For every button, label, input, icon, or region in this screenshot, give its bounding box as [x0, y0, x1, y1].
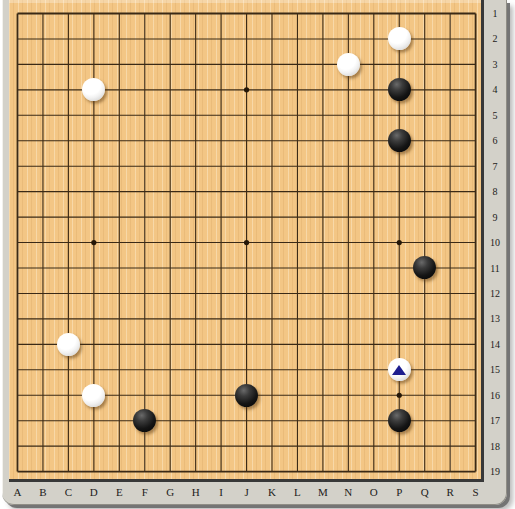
column-label-N: N	[338, 486, 358, 498]
cell-Q11	[412, 255, 437, 280]
white-stone-P2	[388, 27, 411, 50]
row-label-19: 19	[485, 465, 505, 478]
row-coordinate-gutter: 12345678910111213141516171819	[485, 0, 505, 479]
column-label-Q: Q	[415, 486, 435, 498]
white-stone-N3	[337, 53, 360, 76]
row-label-5: 5	[485, 109, 505, 122]
column-label-C: C	[58, 486, 78, 498]
cell-D4	[81, 77, 106, 102]
last-move-triangle-icon	[392, 365, 406, 375]
column-label-F: F	[135, 486, 155, 498]
column-label-R: R	[440, 486, 460, 498]
row-label-9: 9	[485, 211, 505, 224]
row-label-15: 15	[485, 363, 505, 376]
row-label-14: 14	[485, 338, 505, 351]
column-coordinate-gutter: ABCDEFGHIJKLMNOPQRS	[2, 483, 506, 504]
row-label-16: 16	[485, 389, 505, 402]
cell-P2	[386, 26, 411, 51]
row-label-17: 17	[485, 414, 505, 427]
column-label-M: M	[313, 486, 333, 498]
cell-P4	[386, 77, 411, 102]
column-label-S: S	[466, 486, 486, 498]
row-label-2: 2	[485, 32, 505, 45]
column-label-J: J	[237, 486, 257, 498]
white-stone-D16	[82, 384, 105, 407]
column-label-G: G	[160, 486, 180, 498]
cell-N3	[335, 52, 360, 77]
column-label-D: D	[84, 486, 104, 498]
black-stone-J16	[235, 384, 258, 407]
go-board-screenshot: 12345678910111213141516171819 ABCDEFGHIJ…	[0, 0, 515, 509]
cell-P17	[386, 408, 411, 433]
row-label-1: 1	[485, 7, 505, 20]
column-label-E: E	[109, 486, 129, 498]
white-stone-P15	[388, 358, 411, 381]
column-label-P: P	[389, 486, 409, 498]
black-stone-F17	[133, 409, 156, 432]
row-label-8: 8	[485, 185, 505, 198]
row-label-4: 4	[485, 83, 505, 96]
row-label-11: 11	[485, 262, 505, 275]
row-label-3: 3	[485, 58, 505, 71]
cell-P15	[386, 357, 411, 382]
column-label-B: B	[33, 486, 53, 498]
white-stone-D4	[82, 78, 105, 101]
board-surface	[9, 0, 484, 482]
black-stone-P4	[388, 78, 411, 101]
column-label-O: O	[364, 486, 384, 498]
cell-J16	[234, 382, 259, 407]
row-label-6: 6	[485, 134, 505, 147]
cell-P6	[386, 128, 411, 153]
row-label-12: 12	[485, 287, 505, 300]
cell-C14	[56, 331, 81, 356]
cell-D16	[81, 382, 106, 407]
black-stone-P17	[388, 409, 411, 432]
black-stone-P6	[388, 129, 411, 152]
column-label-A: A	[8, 486, 28, 498]
column-label-L: L	[287, 486, 307, 498]
row-label-18: 18	[485, 440, 505, 453]
white-stone-C14	[57, 333, 80, 356]
column-label-K: K	[262, 486, 282, 498]
stones-layer	[5, 1, 488, 484]
column-label-I: I	[211, 486, 231, 498]
row-label-10: 10	[485, 236, 505, 249]
cell-F17	[132, 408, 157, 433]
black-stone-Q11	[413, 256, 436, 279]
column-label-H: H	[186, 486, 206, 498]
row-label-13: 13	[485, 312, 505, 325]
row-label-7: 7	[485, 160, 505, 173]
